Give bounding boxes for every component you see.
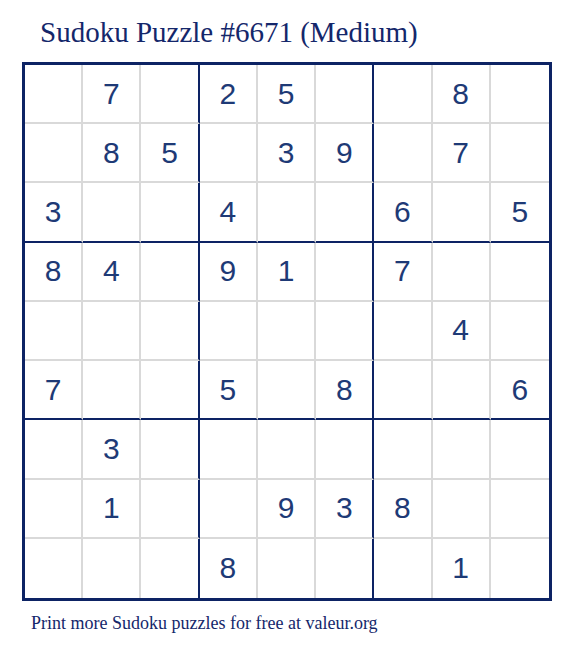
cell-r9c9 [491, 539, 549, 598]
cell-r2c2: 8 [83, 124, 141, 183]
cell-r7c5 [258, 420, 316, 479]
cell-r4c1: 8 [25, 243, 83, 302]
cell-r7c2: 3 [83, 420, 141, 479]
cell-r4c4: 9 [200, 243, 258, 302]
cell-r1c7 [374, 65, 432, 124]
cell-r3c6 [316, 183, 374, 242]
cell-r7c4 [200, 420, 258, 479]
cell-r7c7 [374, 420, 432, 479]
cell-r9c7 [374, 539, 432, 598]
cell-r7c9 [491, 420, 549, 479]
cell-r8c8 [433, 480, 491, 539]
cell-r5c6 [316, 302, 374, 361]
cell-r9c2 [83, 539, 141, 598]
cell-r3c1: 3 [25, 183, 83, 242]
cell-r5c3 [141, 302, 199, 361]
cell-r4c5: 1 [258, 243, 316, 302]
cell-r2c8: 7 [433, 124, 491, 183]
cell-r1c1 [25, 65, 83, 124]
cell-r2c7 [374, 124, 432, 183]
cell-r2c4 [200, 124, 258, 183]
cell-r6c3 [141, 361, 199, 420]
cell-r5c8: 4 [433, 302, 491, 361]
cell-r5c5 [258, 302, 316, 361]
cell-r6c4: 5 [200, 361, 258, 420]
cell-r5c7 [374, 302, 432, 361]
cell-r3c7: 6 [374, 183, 432, 242]
cell-r2c3: 5 [141, 124, 199, 183]
cell-r6c5 [258, 361, 316, 420]
cell-r4c8 [433, 243, 491, 302]
cell-r8c1 [25, 480, 83, 539]
cell-r4c6 [316, 243, 374, 302]
cell-r8c5: 9 [258, 480, 316, 539]
cell-r3c9: 5 [491, 183, 549, 242]
cell-r8c7: 8 [374, 480, 432, 539]
cell-r8c4 [200, 480, 258, 539]
cell-r9c3 [141, 539, 199, 598]
cell-r1c3 [141, 65, 199, 124]
cell-r4c3 [141, 243, 199, 302]
cell-r4c7: 7 [374, 243, 432, 302]
cell-r5c2 [83, 302, 141, 361]
cell-r2c6: 9 [316, 124, 374, 183]
cell-r5c1 [25, 302, 83, 361]
cell-r4c9 [491, 243, 549, 302]
cell-r5c4 [200, 302, 258, 361]
cell-r8c2: 1 [83, 480, 141, 539]
cell-r3c2 [83, 183, 141, 242]
cell-r6c8 [433, 361, 491, 420]
cell-r9c8: 1 [433, 539, 491, 598]
cell-r3c4: 4 [200, 183, 258, 242]
cell-r4c2: 4 [83, 243, 141, 302]
cell-r7c3 [141, 420, 199, 479]
cell-r7c8 [433, 420, 491, 479]
cell-r1c6 [316, 65, 374, 124]
cell-r2c1 [25, 124, 83, 183]
cell-r8c9 [491, 480, 549, 539]
cell-r6c7 [374, 361, 432, 420]
sudoku-board: 725885397346584917475863193881 [22, 62, 552, 601]
cell-r9c1 [25, 539, 83, 598]
cell-r7c6 [316, 420, 374, 479]
cell-r1c9 [491, 65, 549, 124]
cell-r1c5: 5 [258, 65, 316, 124]
cell-r1c8: 8 [433, 65, 491, 124]
cell-r3c5 [258, 183, 316, 242]
cell-r1c4: 2 [200, 65, 258, 124]
cell-r8c6: 3 [316, 480, 374, 539]
cell-r1c2: 7 [83, 65, 141, 124]
cell-r3c8 [433, 183, 491, 242]
cell-r6c9: 6 [491, 361, 549, 420]
page-title: Sudoku Puzzle #6671 (Medium) [40, 16, 418, 49]
cell-r3c3 [141, 183, 199, 242]
cell-r5c9 [491, 302, 549, 361]
cell-r2c9 [491, 124, 549, 183]
footer-note: Print more Sudoku puzzles for free at va… [31, 613, 378, 634]
cell-r9c5 [258, 539, 316, 598]
cell-r9c6 [316, 539, 374, 598]
cell-r6c1: 7 [25, 361, 83, 420]
cell-r6c2 [83, 361, 141, 420]
cell-r2c5: 3 [258, 124, 316, 183]
cell-r6c6: 8 [316, 361, 374, 420]
cell-r7c1 [25, 420, 83, 479]
cell-r8c3 [141, 480, 199, 539]
cell-r9c4: 8 [200, 539, 258, 598]
